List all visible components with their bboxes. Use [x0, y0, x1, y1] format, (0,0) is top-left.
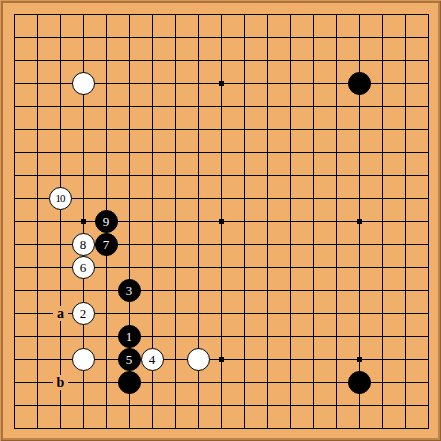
stone-number: 8: [80, 238, 87, 251]
stone-number: 4: [149, 353, 156, 366]
point-label-b[interactable]: b: [53, 375, 68, 390]
stone-white-4[interactable]: 4: [141, 348, 164, 371]
stone-number: 5: [126, 353, 133, 366]
stone-black-9[interactable]: 9: [95, 210, 118, 233]
point-label-a[interactable]: a: [53, 306, 68, 321]
stone-number: 10: [56, 193, 65, 204]
stone-black-plain[interactable]: [118, 371, 141, 394]
stone-number: 6: [80, 261, 87, 274]
stone-white-plain[interactable]: [72, 348, 95, 371]
go-board: ab10987632154: [0, 0, 441, 441]
stone-black-5[interactable]: 5: [118, 348, 141, 371]
stone-number: 3: [126, 284, 133, 297]
star-point: [219, 81, 224, 86]
star-point: [357, 219, 362, 224]
stone-number: 2: [80, 307, 87, 320]
stone-white-2[interactable]: 2: [72, 302, 95, 325]
stone-black-plain[interactable]: [348, 371, 371, 394]
stone-black-3[interactable]: 3: [118, 279, 141, 302]
stone-black-plain[interactable]: [348, 72, 371, 95]
star-point: [219, 219, 224, 224]
board-overlay: ab10987632154: [0, 0, 441, 441]
star-point: [81, 219, 86, 224]
stone-black-1[interactable]: 1: [118, 325, 141, 348]
stone-white-6[interactable]: 6: [72, 256, 95, 279]
stone-number: 9: [103, 215, 110, 228]
star-point: [357, 357, 362, 362]
stone-black-7[interactable]: 7: [95, 233, 118, 256]
stone-white-10[interactable]: 10: [49, 187, 72, 210]
star-point: [219, 357, 224, 362]
stone-number: 7: [103, 238, 110, 251]
stone-white-plain[interactable]: [72, 72, 95, 95]
go-diagram: ab10987632154: [0, 0, 441, 441]
stone-white-8[interactable]: 8: [72, 233, 95, 256]
stone-white-plain[interactable]: [187, 348, 210, 371]
stone-number: 1: [126, 330, 133, 343]
